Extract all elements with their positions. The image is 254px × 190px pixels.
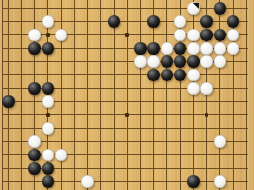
grid-vline: [114, 0, 115, 190]
white-stone: [28, 135, 41, 148]
black-stone: [28, 162, 41, 175]
white-stone: [42, 149, 55, 162]
black-stone: [214, 2, 227, 15]
hoshi-point: [205, 113, 209, 117]
grid-vline: [100, 0, 101, 190]
black-stone: [134, 42, 147, 55]
black-stone: [161, 55, 174, 68]
black-stone: [108, 15, 121, 28]
white-stone: [200, 42, 213, 55]
grid-vline: [127, 0, 128, 190]
white-stone: [200, 82, 213, 95]
grid-vline: [87, 0, 88, 190]
white-stone: [161, 42, 174, 55]
white-stone: [42, 15, 55, 28]
black-stone: [174, 55, 187, 68]
grid-vline: [74, 0, 75, 190]
hoshi-point: [46, 33, 50, 37]
white-stone: [187, 69, 200, 82]
white-stone: [187, 42, 200, 55]
go-board[interactable]: [0, 0, 254, 190]
black-stone: [214, 29, 227, 42]
black-stone: [42, 162, 55, 175]
white-stone: [187, 82, 200, 95]
black-stone: [147, 15, 160, 28]
white-stone: [134, 55, 147, 68]
white-stone: [42, 122, 55, 135]
white-stone: [227, 42, 240, 55]
grid-hline: [3, 74, 248, 75]
white-stone: [28, 29, 41, 42]
white-stone: [214, 135, 227, 148]
grid-hline: [3, 128, 248, 129]
black-stone: [28, 42, 41, 55]
black-stone: [28, 149, 41, 162]
black-stone: [187, 175, 200, 188]
black-stone: [2, 95, 15, 108]
grid-vline: [153, 0, 154, 190]
grid-vline: [21, 0, 22, 190]
black-stone: [200, 29, 213, 42]
hoshi-point: [46, 113, 50, 117]
white-stone: [174, 15, 187, 28]
white-stone: [55, 149, 68, 162]
black-stone: [200, 15, 213, 28]
white-stone: [214, 42, 227, 55]
black-stone: [42, 42, 55, 55]
white-stone: [42, 95, 55, 108]
black-stone: [147, 42, 160, 55]
white-stone: [227, 29, 240, 42]
grid-hline: [3, 101, 248, 102]
black-stone: [227, 15, 240, 28]
white-stone: [214, 175, 227, 188]
white-stone: [55, 29, 68, 42]
black-stone: [161, 69, 174, 82]
grid-vline: [140, 0, 141, 190]
white-stone: [187, 29, 200, 42]
black-stone: [28, 82, 41, 95]
hoshi-point: [125, 113, 129, 117]
white-stone: [200, 55, 213, 68]
grid-vline: [246, 0, 247, 190]
white-stone: [147, 55, 160, 68]
white-stone: [174, 29, 187, 42]
white-stone: [81, 175, 94, 188]
black-stone: [42, 82, 55, 95]
board-edge-line: [2, 0, 3, 190]
black-stone: [174, 42, 187, 55]
black-stone: [174, 69, 187, 82]
grid-vline: [166, 0, 167, 190]
black-stone: [187, 55, 200, 68]
white-stone: [214, 55, 227, 68]
grid-hline: [3, 181, 248, 182]
black-stone: [42, 175, 55, 188]
grid-hline: [3, 8, 248, 9]
black-stone: [147, 69, 160, 82]
hoshi-point: [125, 33, 129, 37]
